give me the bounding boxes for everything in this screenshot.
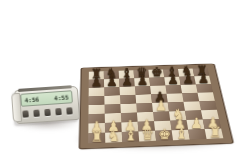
- square-e5: ♟: [151, 94, 168, 103]
- clock-button-5: [66, 107, 72, 114]
- chess-board-grid: ♜♞♝♛♚♝♞♜♟♟♟♟♟♟♟♟♟♞♟♟♟♟♟♟♟♜♞♝♛♚♝♜: [80, 64, 232, 148]
- square-g4: [183, 101, 200, 110]
- square-b1: ♞: [105, 132, 122, 143]
- square-a5: [89, 96, 105, 105]
- square-d5: [136, 94, 152, 103]
- square-b5: [104, 95, 120, 104]
- square-d6: [135, 86, 151, 95]
- square-g1: [188, 129, 206, 139]
- square-h6: [196, 84, 213, 93]
- square-a1: ♜: [88, 133, 105, 144]
- square-g6: [181, 84, 198, 93]
- clock-button-2: [33, 110, 39, 117]
- clock-lcd-display: 4:56 4:55: [20, 90, 73, 107]
- dgt-chess-clock: 4:56 4:55: [14, 86, 80, 124]
- square-g5: [182, 93, 199, 102]
- square-h1: ♜: [205, 128, 224, 138]
- square-b6: [104, 87, 120, 96]
- square-f4: [168, 102, 185, 111]
- square-a2: ♟: [88, 123, 105, 133]
- clock-button-4: [55, 108, 61, 115]
- square-f1: ♝: [172, 130, 190, 141]
- square-f6: [165, 85, 182, 94]
- clock-time-right: 4:55: [54, 93, 69, 101]
- clock-buttons-row: [22, 106, 73, 118]
- square-c1: ♝: [122, 131, 139, 142]
- clock-button-3: [44, 109, 50, 116]
- square-c4: [120, 104, 137, 114]
- clock-button-1: [22, 110, 28, 117]
- square-e2: [154, 121, 172, 131]
- clock-time-left: 4:56: [24, 96, 39, 104]
- square-e1: ♚: [155, 130, 173, 141]
- square-d1: ♛: [138, 131, 156, 142]
- product-photo-scene: ♜♞♝♛♚♝♞♜♟♟♟♟♟♟♟♟♟♞♟♟♟♟♟♟♟♜♞♝♛♚♝♜: [0, 0, 250, 167]
- square-a6: [89, 87, 105, 96]
